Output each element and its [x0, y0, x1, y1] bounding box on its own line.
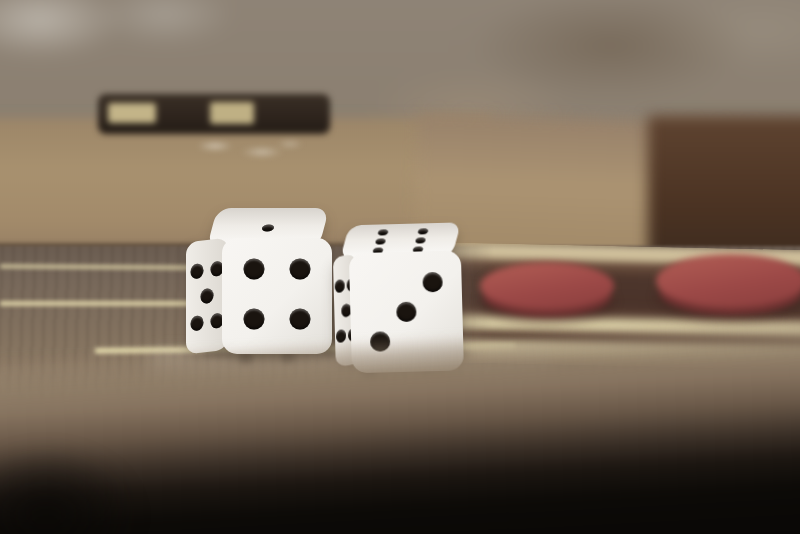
die-pip: [191, 263, 204, 280]
red-checker: [656, 254, 800, 308]
die-pip: [417, 228, 429, 234]
latch-plate-icon: [210, 102, 254, 124]
die-pip: [261, 225, 275, 232]
die-pip: [396, 302, 417, 323]
die-pip: [335, 279, 345, 293]
backgammon-photo-scene: [0, 0, 800, 534]
lid-scuff-marks: [190, 136, 310, 164]
foreground-dark-corner: [0, 395, 190, 534]
die-pip: [422, 272, 443, 293]
die-pip: [415, 237, 427, 243]
die-pip: [243, 259, 264, 280]
die-pip: [290, 309, 311, 330]
die-pip: [375, 238, 387, 244]
case-latch: [98, 94, 330, 134]
latch-plate-icon: [108, 103, 156, 123]
die-left: [186, 206, 334, 356]
die-pip: [243, 309, 264, 330]
die-pip: [290, 259, 311, 280]
die-left-front-face: [222, 238, 332, 354]
die-pip: [191, 315, 204, 332]
die-pip: [201, 288, 214, 305]
red-checker: [480, 262, 614, 310]
die-pip: [377, 229, 389, 235]
